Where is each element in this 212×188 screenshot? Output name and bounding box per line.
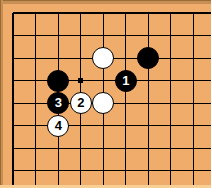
grid-line (115, 125, 138, 126)
grid-line (182, 80, 205, 81)
grid-line (103, 13, 104, 24)
board-intersection (182, 47, 205, 70)
grid-line (47, 170, 70, 171)
board-intersection (25, 92, 48, 115)
board-intersection (182, 137, 205, 160)
board-intersection (160, 2, 183, 25)
grid-line (205, 148, 212, 149)
grid-line (25, 35, 48, 36)
grid-line (70, 170, 93, 171)
grid-line (25, 80, 48, 81)
board-intersection (137, 2, 160, 25)
board-intersection (25, 115, 48, 138)
board-intersection (70, 47, 93, 70)
board-intersection (137, 160, 160, 183)
board-intersection (92, 47, 115, 70)
grid-line (35, 13, 36, 24)
board-intersection (47, 137, 70, 160)
frame-bevel-left (0, 0, 3, 188)
grid-line (25, 12, 48, 14)
board-intersection (137, 70, 160, 93)
board-intersection (92, 160, 115, 183)
board-intersection: 2 (70, 92, 93, 115)
board-intersection (92, 92, 115, 115)
grid-line (13, 58, 24, 59)
board-intersection (2, 25, 25, 48)
board-intersection (137, 92, 160, 115)
grid-line (13, 12, 24, 14)
grid-line (182, 170, 205, 171)
grid-line (137, 103, 160, 104)
white-stone: 4 (47, 115, 69, 137)
grid-line (92, 148, 115, 149)
board-intersection (70, 137, 93, 160)
black-stone: 1 (115, 70, 137, 92)
board-intersection (2, 160, 25, 183)
grid-line (205, 12, 212, 14)
board-intersection (92, 2, 115, 25)
board-intersection (160, 47, 183, 70)
grid-line (205, 58, 212, 59)
grid-line (13, 103, 24, 104)
frame-bevel-top (0, 0, 211, 4)
frame-bevel-bottom (0, 185, 211, 188)
board-intersection (182, 25, 205, 48)
grid-line (115, 170, 138, 171)
board-intersection (160, 92, 183, 115)
board-intersection (70, 25, 93, 48)
board-intersection (47, 70, 70, 93)
board-intersection (2, 2, 25, 25)
grid-line (160, 103, 183, 104)
grid-line (12, 13, 14, 24)
board-intersection (115, 137, 138, 160)
white-stone (92, 92, 114, 114)
grid-line (25, 148, 48, 149)
grid-line (70, 148, 93, 149)
grid-line (47, 12, 70, 14)
white-stone (92, 47, 114, 69)
board-overflow (205, 160, 212, 183)
grid-line (137, 80, 160, 81)
board-intersection (25, 160, 48, 183)
board-intersection (92, 115, 115, 138)
grid-line (115, 148, 138, 149)
board-intersection (2, 92, 25, 115)
board-intersection (25, 70, 48, 93)
board-intersection (25, 25, 48, 48)
board-intersection (115, 47, 138, 70)
board-intersection (92, 137, 115, 160)
white-stone: 2 (70, 92, 92, 114)
board-intersection (70, 115, 93, 138)
board-intersection (137, 115, 160, 138)
grid-line (205, 125, 212, 126)
grid-line (25, 170, 48, 171)
grid-line (137, 125, 160, 126)
black-stone (47, 70, 69, 92)
grid-line (182, 12, 205, 14)
grid-line (25, 103, 48, 104)
move-number: 2 (77, 93, 84, 113)
board-intersection (182, 160, 205, 183)
board-intersection (2, 115, 25, 138)
board-intersection (2, 47, 25, 70)
grid-line (25, 125, 48, 126)
grid-line (137, 12, 160, 14)
grid-line (70, 35, 93, 36)
black-stone: 3 (47, 92, 69, 114)
grid-line (137, 170, 160, 171)
board-intersection (160, 25, 183, 48)
grid-line (160, 148, 183, 149)
move-number: 4 (55, 116, 62, 136)
grid-line (92, 170, 115, 171)
grid-line (13, 170, 24, 171)
grid-line (160, 12, 183, 14)
grid-line (160, 125, 183, 126)
board-intersection (92, 25, 115, 48)
grid-line (47, 58, 70, 59)
grid-line (70, 12, 93, 14)
board-intersection (160, 115, 183, 138)
board-overflow (205, 25, 212, 48)
board-intersection (92, 70, 115, 93)
move-number: 1 (122, 71, 129, 91)
grid-line (182, 125, 205, 126)
board-intersection (47, 2, 70, 25)
grid-line (193, 13, 194, 24)
grid-line (137, 35, 160, 36)
grid-line (137, 148, 160, 149)
board-intersection (160, 137, 183, 160)
board-intersection (70, 160, 93, 183)
board-overflow (205, 47, 212, 70)
board-intersection (47, 25, 70, 48)
board-overflow (205, 137, 212, 160)
grid-line (115, 35, 138, 36)
grid-line (25, 58, 48, 59)
board-intersection (115, 115, 138, 138)
board-intersection (182, 70, 205, 93)
board-intersection (160, 160, 183, 183)
grid-line (115, 58, 138, 59)
board-intersection (182, 2, 205, 25)
board-intersection: 3 (47, 92, 70, 115)
board-intersection (25, 47, 48, 70)
grid-line (182, 103, 205, 104)
board-intersection (115, 25, 138, 48)
grid-line (115, 103, 138, 104)
board-intersection (2, 137, 25, 160)
grid-line (13, 148, 24, 149)
grid-line (182, 148, 205, 149)
grid-line (80, 13, 81, 24)
board-intersection (137, 137, 160, 160)
move-number: 3 (55, 93, 62, 113)
grid-line (182, 35, 205, 36)
board-intersection (25, 137, 48, 160)
grid-line (125, 13, 126, 24)
board-intersection (70, 2, 93, 25)
board-intersection (47, 160, 70, 183)
grid-line (182, 58, 205, 59)
board-intersection: 1 (115, 70, 138, 93)
go-board: 1324 (2, 2, 211, 186)
board-intersection (160, 70, 183, 93)
grid-line (92, 35, 115, 36)
board-intersection (70, 70, 93, 93)
grid-line (160, 35, 183, 36)
board-overflow (205, 92, 212, 115)
grid-line (47, 35, 70, 36)
board-intersection (137, 25, 160, 48)
grid-line (13, 125, 24, 126)
grid-line (70, 125, 93, 126)
grid-line (148, 13, 149, 24)
grid-line (13, 80, 24, 81)
board-intersection (25, 2, 48, 25)
grid-line (205, 103, 212, 104)
board-intersection (137, 47, 160, 70)
grid-line (58, 13, 59, 24)
board-overflow (205, 2, 212, 25)
grid-line (205, 80, 212, 81)
board-intersection (182, 115, 205, 138)
black-stone (137, 47, 159, 69)
board-intersection (115, 160, 138, 183)
board-intersection: 4 (47, 115, 70, 138)
grid-line (160, 80, 183, 81)
hoshi-marker (78, 78, 83, 83)
grid-line (13, 35, 24, 36)
grid-line (205, 170, 212, 171)
go-corner-diagram: 1324 (0, 0, 211, 188)
grid-line (205, 35, 212, 36)
grid-line (70, 58, 93, 59)
board-intersection (47, 47, 70, 70)
board-intersection (182, 92, 205, 115)
grid-line (160, 170, 183, 171)
board-overflow (205, 115, 212, 138)
grid-line (160, 58, 183, 59)
board-intersection (115, 2, 138, 25)
grid-line (92, 125, 115, 126)
grid-line (47, 148, 70, 149)
grid-line (115, 12, 138, 14)
grid-line (92, 12, 115, 14)
board-intersection (2, 70, 25, 93)
grid-line (170, 13, 171, 24)
grid-line (92, 80, 115, 81)
board-intersection (115, 92, 138, 115)
board-overflow (205, 70, 212, 93)
